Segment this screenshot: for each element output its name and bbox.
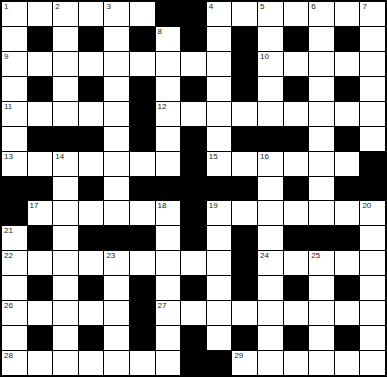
- black-cell-r6c3: [53, 127, 78, 151]
- cell-r11c6[interactable]: [130, 251, 155, 275]
- cell-r1c14[interactable]: [335, 2, 360, 26]
- cell-r1c4[interactable]: [79, 2, 104, 26]
- cell-r12c11[interactable]: [258, 276, 283, 300]
- cell-r11c8[interactable]: [181, 251, 206, 275]
- cell-r11c15[interactable]: [360, 251, 385, 275]
- black-cell-r14c10: [232, 326, 257, 350]
- cell-r1c6[interactable]: [130, 2, 155, 26]
- cell-r13c10[interactable]: [232, 301, 257, 325]
- cell-r15c1[interactable]: 28: [2, 351, 27, 375]
- black-cell-r8c10: [232, 177, 257, 201]
- black-cell-r8c14: [335, 177, 360, 201]
- cell-r5c12[interactable]: [284, 102, 309, 126]
- cell-r9c10[interactable]: [232, 201, 257, 225]
- clue-number: 2: [55, 3, 59, 11]
- black-cell-r1c8: [181, 2, 206, 26]
- cell-r7c3[interactable]: 14: [53, 152, 78, 176]
- black-cell-r2c10: [232, 27, 257, 51]
- clue-number: 7: [362, 3, 366, 11]
- clue-number: 19: [209, 202, 218, 210]
- clue-number: 8: [158, 28, 162, 36]
- cell-r13c12[interactable]: [284, 301, 309, 325]
- cell-r3c8[interactable]: [181, 52, 206, 76]
- black-cell-r8c2: [28, 177, 53, 201]
- cell-r14c5[interactable]: [104, 326, 129, 350]
- clue-number: 10: [260, 53, 269, 61]
- cell-r5c14[interactable]: [335, 102, 360, 126]
- cell-r5c8[interactable]: [181, 102, 206, 126]
- black-cell-r4c8: [181, 77, 206, 101]
- cell-r14c11[interactable]: [258, 326, 283, 350]
- cell-r5c3[interactable]: [53, 102, 78, 126]
- black-cell-r5c6: [130, 102, 155, 126]
- cell-r12c7[interactable]: [156, 276, 181, 300]
- cell-r7c9[interactable]: 15: [207, 152, 232, 176]
- black-cell-r2c8: [181, 27, 206, 51]
- cell-r9c5[interactable]: [104, 201, 129, 225]
- cell-r11c12[interactable]: [284, 251, 309, 275]
- cell-r9c12[interactable]: [284, 201, 309, 225]
- cell-r9c9[interactable]: 19: [207, 201, 232, 225]
- black-cell-r4c4: [79, 77, 104, 101]
- black-cell-r10c13: [309, 226, 334, 250]
- cell-r13c8[interactable]: [181, 301, 206, 325]
- black-cell-r8c12: [284, 177, 309, 201]
- cell-r4c9[interactable]: [207, 77, 232, 101]
- black-cell-r6c6: [130, 127, 155, 151]
- black-cell-r4c12: [284, 77, 309, 101]
- cell-r9c11[interactable]: [258, 201, 283, 225]
- black-cell-r10c4: [79, 226, 104, 250]
- cell-r1c5[interactable]: 3: [104, 2, 129, 26]
- cell-r13c11[interactable]: [258, 301, 283, 325]
- cell-r9c7[interactable]: 18: [156, 201, 181, 225]
- cell-r5c2[interactable]: [28, 102, 53, 126]
- black-cell-r14c4: [79, 326, 104, 350]
- cell-r5c7[interactable]: 12: [156, 102, 181, 126]
- clue-number: 14: [55, 153, 64, 161]
- cell-r2c13[interactable]: [309, 27, 334, 51]
- black-cell-r6c4: [79, 127, 104, 151]
- clue-number: 9: [4, 53, 8, 61]
- cell-r15c3[interactable]: [53, 351, 78, 375]
- cell-r14c7[interactable]: [156, 326, 181, 350]
- clue-number: 29: [234, 352, 243, 360]
- cell-r14c1[interactable]: [2, 326, 27, 350]
- cell-r15c12[interactable]: [284, 351, 309, 375]
- cell-r11c14[interactable]: [335, 251, 360, 275]
- black-cell-r10c5: [104, 226, 129, 250]
- clue-number: 11: [4, 103, 12, 111]
- cell-r11c4[interactable]: [79, 251, 104, 275]
- cell-r7c1[interactable]: 13: [2, 152, 27, 176]
- cell-r3c2[interactable]: [28, 52, 53, 76]
- cell-r9c3[interactable]: [53, 201, 78, 225]
- black-cell-r6c11: [258, 127, 283, 151]
- clue-number: 18: [158, 202, 167, 210]
- cell-r2c11[interactable]: [258, 27, 283, 51]
- cell-r2c15[interactable]: [360, 27, 385, 51]
- clue-number: 13: [4, 153, 13, 161]
- cell-r1c11[interactable]: 5: [258, 2, 283, 26]
- cell-r6c13[interactable]: [309, 127, 334, 151]
- black-cell-r2c2: [28, 27, 53, 51]
- cell-r4c5[interactable]: [104, 77, 129, 101]
- cell-r3c7[interactable]: [156, 52, 181, 76]
- cell-r4c1[interactable]: [2, 77, 27, 101]
- cell-r6c1[interactable]: [2, 127, 27, 151]
- cell-r11c3[interactable]: [53, 251, 78, 275]
- black-cell-r6c14: [335, 127, 360, 151]
- cell-r14c3[interactable]: [53, 326, 78, 350]
- black-cell-r12c12: [284, 276, 309, 300]
- cell-r3c5[interactable]: [104, 52, 129, 76]
- crossword-board: 1234567891011121314151617181920212223242…: [0, 0, 387, 377]
- black-cell-r10c14: [335, 226, 360, 250]
- black-cell-r8c15: [360, 177, 385, 201]
- cell-r15c14[interactable]: [335, 351, 360, 375]
- cell-r8c5[interactable]: [104, 177, 129, 201]
- black-cell-r12c6: [130, 276, 155, 300]
- cell-r15c10[interactable]: 29: [232, 351, 257, 375]
- clue-number: 1: [4, 3, 8, 11]
- black-cell-r12c4: [79, 276, 104, 300]
- cell-r9c6[interactable]: [130, 201, 155, 225]
- cell-r8c11[interactable]: [258, 177, 283, 201]
- cell-r10c11[interactable]: [258, 226, 283, 250]
- cell-r9c4[interactable]: [79, 201, 104, 225]
- black-cell-r14c8: [181, 326, 206, 350]
- clue-number: 24: [260, 252, 269, 260]
- cell-r1c1[interactable]: 1: [2, 2, 27, 26]
- clue-number: 27: [158, 302, 167, 310]
- cell-r2c9[interactable]: [207, 27, 232, 51]
- cell-r11c9[interactable]: [207, 251, 232, 275]
- clue-number: 5: [260, 3, 264, 11]
- cell-r7c5[interactable]: [104, 152, 129, 176]
- cell-r5c5[interactable]: [104, 102, 129, 126]
- cell-r3c15[interactable]: [360, 52, 385, 76]
- cell-r12c15[interactable]: [360, 276, 385, 300]
- black-cell-r4c14: [335, 77, 360, 101]
- cell-r2c7[interactable]: 8: [156, 27, 181, 51]
- cell-r3c13[interactable]: [309, 52, 334, 76]
- clue-number: 28: [4, 352, 13, 360]
- black-cell-r8c4: [79, 177, 104, 201]
- cell-r11c11[interactable]: 24: [258, 251, 283, 275]
- cell-r15c15[interactable]: [360, 351, 385, 375]
- cell-r15c2[interactable]: [28, 351, 53, 375]
- clue-number: 25: [311, 252, 320, 260]
- black-cell-r4c6: [130, 77, 155, 101]
- cell-r14c13[interactable]: [309, 326, 334, 350]
- cell-r1c9[interactable]: 4: [207, 2, 232, 26]
- black-cell-r11c10: [232, 251, 257, 275]
- black-cell-r10c8: [181, 226, 206, 250]
- cell-r13c15[interactable]: [360, 301, 385, 325]
- black-cell-r10c10: [232, 226, 257, 250]
- cell-r13c2[interactable]: [28, 301, 53, 325]
- cell-r12c1[interactable]: [2, 276, 27, 300]
- cell-r7c2[interactable]: [28, 152, 53, 176]
- black-cell-r6c8: [181, 127, 206, 151]
- black-cell-r14c12: [284, 326, 309, 350]
- black-cell-r9c8: [181, 201, 206, 225]
- cell-r12c13[interactable]: [309, 276, 334, 300]
- cell-r1c15[interactable]: 7: [360, 2, 385, 26]
- cell-r8c3[interactable]: [53, 177, 78, 201]
- cell-r4c7[interactable]: [156, 77, 181, 101]
- black-cell-r14c6: [130, 326, 155, 350]
- clue-number: 26: [4, 302, 13, 310]
- black-cell-r13c6: [130, 301, 155, 325]
- cell-r13c1[interactable]: 26: [2, 301, 27, 325]
- cell-r13c4[interactable]: [79, 301, 104, 325]
- cell-r1c13[interactable]: 6: [309, 2, 334, 26]
- black-cell-r14c14: [335, 326, 360, 350]
- cell-r7c14[interactable]: [335, 152, 360, 176]
- cell-r3c3[interactable]: [53, 52, 78, 76]
- cell-r10c9[interactable]: [207, 226, 232, 250]
- cell-r13c14[interactable]: [335, 301, 360, 325]
- cell-r3c9[interactable]: [207, 52, 232, 76]
- cell-r5c11[interactable]: [258, 102, 283, 126]
- black-cell-r10c12: [284, 226, 309, 250]
- cell-r4c13[interactable]: [309, 77, 334, 101]
- black-cell-r4c10: [232, 77, 257, 101]
- cell-r14c9[interactable]: [207, 326, 232, 350]
- cell-r12c5[interactable]: [104, 276, 129, 300]
- cell-r5c4[interactable]: [79, 102, 104, 126]
- cell-r7c7[interactable]: [156, 152, 181, 176]
- cell-r8c13[interactable]: [309, 177, 334, 201]
- cell-r15c6[interactable]: [130, 351, 155, 375]
- black-cell-r8c1: [2, 177, 27, 201]
- cell-r3c6[interactable]: [130, 52, 155, 76]
- black-cell-r6c12: [284, 127, 309, 151]
- clue-number: 16: [260, 153, 269, 161]
- cell-r12c9[interactable]: [207, 276, 232, 300]
- cell-r15c4[interactable]: [79, 351, 104, 375]
- black-cell-r8c7: [156, 177, 181, 201]
- clue-number: 12: [158, 103, 167, 111]
- cell-r3c14[interactable]: [335, 52, 360, 76]
- cell-r3c4[interactable]: [79, 52, 104, 76]
- cell-r5c9[interactable]: [207, 102, 232, 126]
- cell-r1c12[interactable]: [284, 2, 309, 26]
- cell-r9c13[interactable]: [309, 201, 334, 225]
- clue-number: 15: [209, 153, 218, 161]
- cell-r6c7[interactable]: [156, 127, 181, 151]
- cell-r6c15[interactable]: [360, 127, 385, 151]
- cell-r13c3[interactable]: [53, 301, 78, 325]
- clue-number: 23: [106, 252, 115, 260]
- black-cell-r4c2: [28, 77, 53, 101]
- cell-r9c2[interactable]: 17: [28, 201, 53, 225]
- cell-r2c1[interactable]: [2, 27, 27, 51]
- cell-r15c7[interactable]: [156, 351, 181, 375]
- cell-r13c9[interactable]: [207, 301, 232, 325]
- cell-r15c5[interactable]: [104, 351, 129, 375]
- black-cell-r2c12: [284, 27, 309, 51]
- black-cell-r1c7: [156, 2, 181, 26]
- black-cell-r12c2: [28, 276, 53, 300]
- cell-r7c6[interactable]: [130, 152, 155, 176]
- black-cell-r12c14: [335, 276, 360, 300]
- cell-r7c4[interactable]: [79, 152, 104, 176]
- cell-r13c5[interactable]: [104, 301, 129, 325]
- black-cell-r2c6: [130, 27, 155, 51]
- black-cell-r7c8: [181, 152, 206, 176]
- cell-r15c13[interactable]: [309, 351, 334, 375]
- cell-r4c3[interactable]: [53, 77, 78, 101]
- cell-r10c1[interactable]: 21: [2, 226, 27, 250]
- cell-r3c12[interactable]: [284, 52, 309, 76]
- cell-r11c2[interactable]: [28, 251, 53, 275]
- clue-number: 6: [311, 3, 315, 11]
- black-cell-r15c9: [207, 351, 232, 375]
- black-cell-r8c6: [130, 177, 155, 201]
- cell-r5c13[interactable]: [309, 102, 334, 126]
- black-cell-r12c8: [181, 276, 206, 300]
- black-cell-r15c8: [181, 351, 206, 375]
- clue-number: 22: [4, 252, 13, 260]
- black-cell-r8c8: [181, 177, 206, 201]
- cell-r15c11[interactable]: [258, 351, 283, 375]
- cell-r6c5[interactable]: [104, 127, 129, 151]
- black-cell-r8c9: [207, 177, 232, 201]
- clue-number: 4: [209, 3, 213, 11]
- cell-r3c1[interactable]: 9: [2, 52, 27, 76]
- cell-r7c13[interactable]: [309, 152, 334, 176]
- black-cell-r14c2: [28, 326, 53, 350]
- cell-r10c7[interactable]: [156, 226, 181, 250]
- cell-r3c11[interactable]: 10: [258, 52, 283, 76]
- cell-r1c10[interactable]: [232, 2, 257, 26]
- cell-r9c15[interactable]: 20: [360, 201, 385, 225]
- cell-r4c11[interactable]: [258, 77, 283, 101]
- cell-r13c13[interactable]: [309, 301, 334, 325]
- cell-r2c3[interactable]: [53, 27, 78, 51]
- cell-r12c3[interactable]: [53, 276, 78, 300]
- cell-r11c1[interactable]: 22: [2, 251, 27, 275]
- clue-number: 21: [4, 227, 13, 235]
- cell-r10c3[interactable]: [53, 226, 78, 250]
- cell-r2c5[interactable]: [104, 27, 129, 51]
- cell-r9c14[interactable]: [335, 201, 360, 225]
- clue-number: 3: [106, 3, 110, 11]
- cell-r1c3[interactable]: 2: [53, 2, 78, 26]
- black-cell-r10c2: [28, 226, 53, 250]
- cell-r7c10[interactable]: [232, 152, 257, 176]
- cell-r5c10[interactable]: [232, 102, 257, 126]
- cell-r7c12[interactable]: [284, 152, 309, 176]
- cell-r5c1[interactable]: 11: [2, 102, 27, 126]
- cell-r6c9[interactable]: [207, 127, 232, 151]
- cell-r5c15[interactable]: [360, 102, 385, 126]
- black-cell-r6c10: [232, 127, 257, 151]
- black-cell-r12c10: [232, 276, 257, 300]
- clue-number: 17: [30, 202, 39, 210]
- black-cell-r7c15: [360, 152, 385, 176]
- black-cell-r6c2: [28, 127, 53, 151]
- cell-r4c15[interactable]: [360, 77, 385, 101]
- cell-r11c7[interactable]: [156, 251, 181, 275]
- cell-r13c7[interactable]: 27: [156, 301, 181, 325]
- black-cell-r2c14: [335, 27, 360, 51]
- cell-r1c2[interactable]: [28, 2, 53, 26]
- clue-number: 20: [362, 202, 371, 210]
- black-cell-r10c6: [130, 226, 155, 250]
- black-cell-r2c4: [79, 27, 104, 51]
- cell-r14c15[interactable]: [360, 326, 385, 350]
- black-cell-r3c10: [232, 52, 257, 76]
- black-cell-r9c1: [2, 201, 27, 225]
- cell-r11c13[interactable]: 25: [309, 251, 334, 275]
- cell-r11c5[interactable]: 23: [104, 251, 129, 275]
- cell-r10c15[interactable]: [360, 226, 385, 250]
- cell-r7c11[interactable]: 16: [258, 152, 283, 176]
